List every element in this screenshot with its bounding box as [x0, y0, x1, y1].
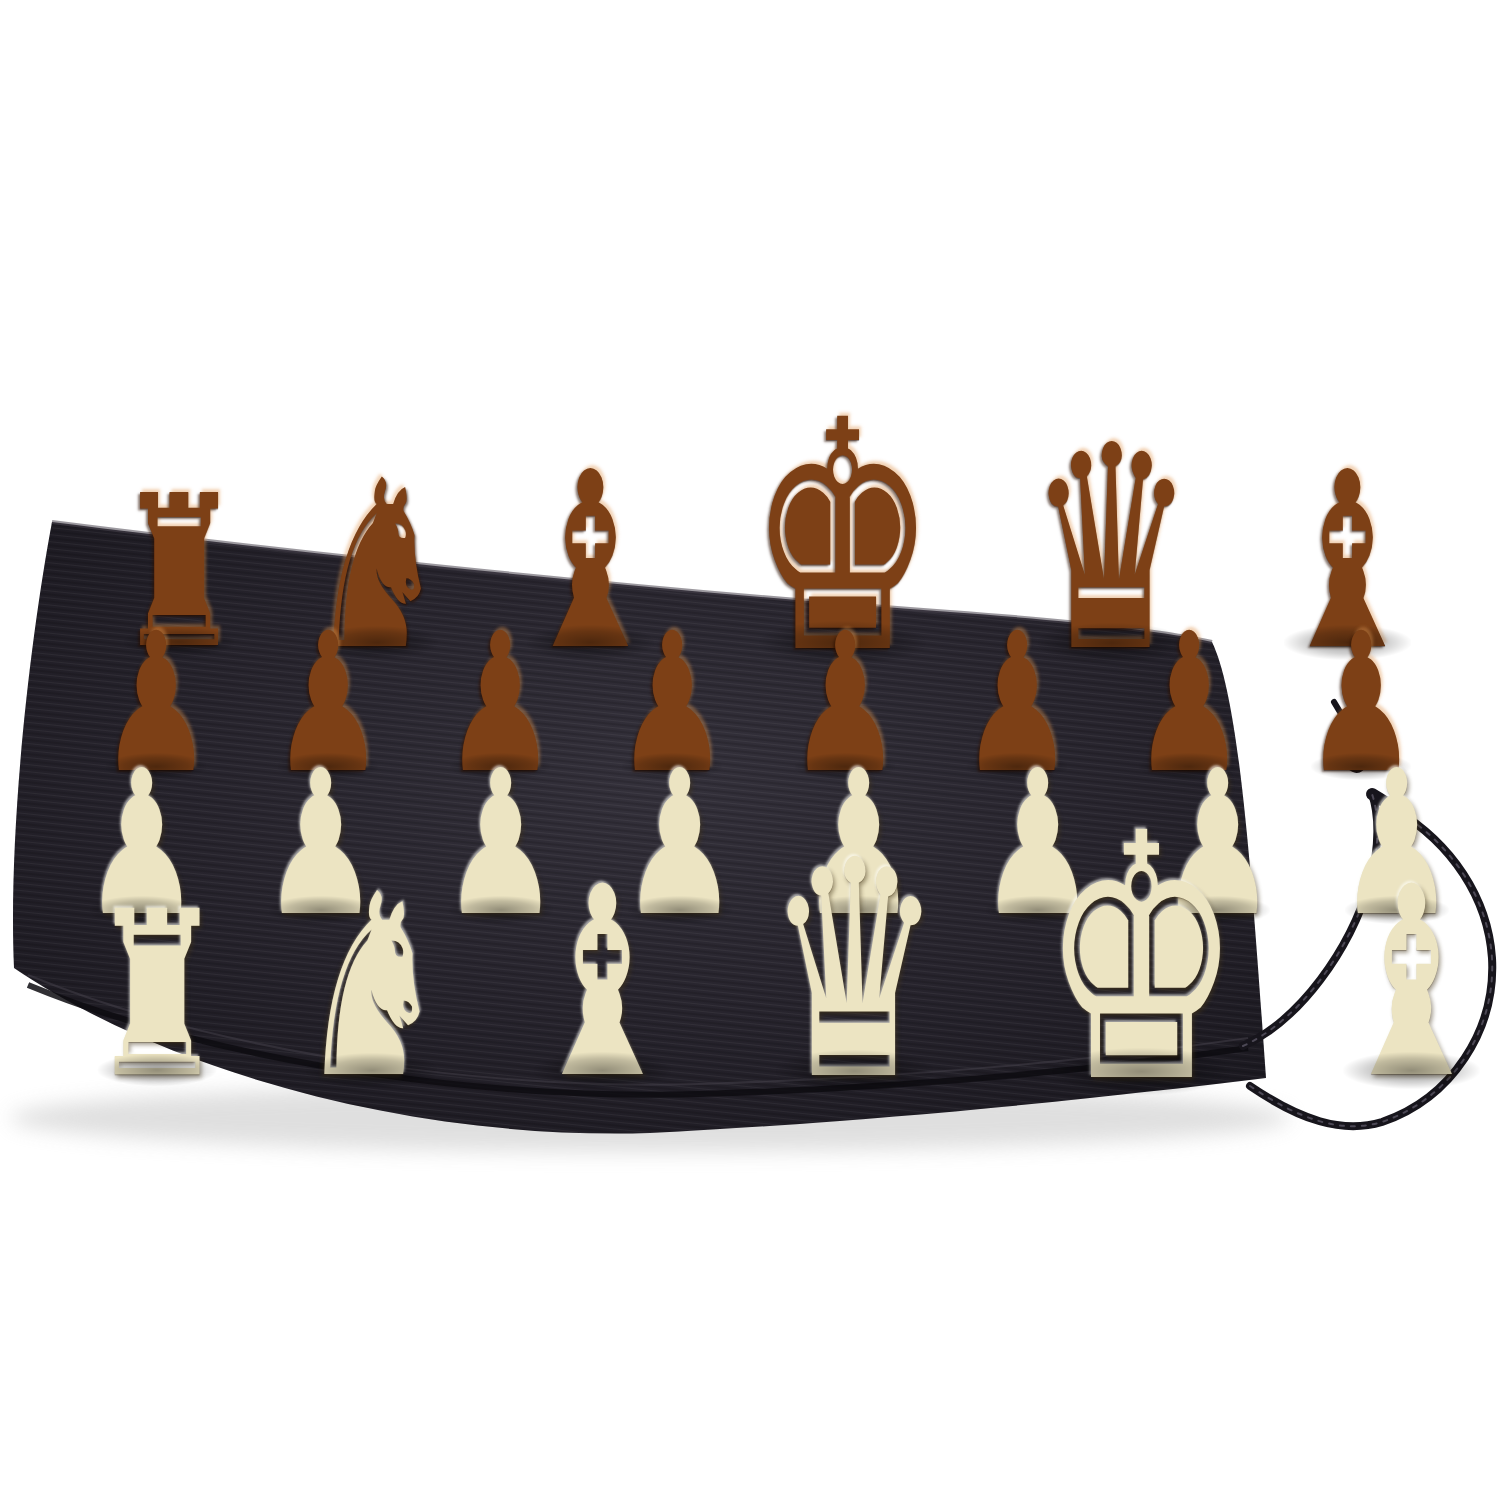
- piece-cream-knight[interactable]: ♞: [298, 861, 447, 1113]
- piece-cream-queen[interactable]: ♛: [766, 822, 944, 1122]
- piece-cream-bishop[interactable]: ♝: [1334, 853, 1489, 1115]
- piece-brown-knight[interactable]: ♞: [1492, 450, 1500, 682]
- piece-cream-rook[interactable]: ♜: [90, 881, 225, 1109]
- piece-cream-king[interactable]: ♚: [1041, 789, 1242, 1129]
- piece-cream-bishop[interactable]: ♝: [525, 853, 680, 1115]
- product-photo: ♜♞♝♚♛♝♞♜♟♟♟♟♟♟♟♟♟♟♟♟♟♟♟♟♜♞♝♛♚♝♞♜: [0, 0, 1500, 1500]
